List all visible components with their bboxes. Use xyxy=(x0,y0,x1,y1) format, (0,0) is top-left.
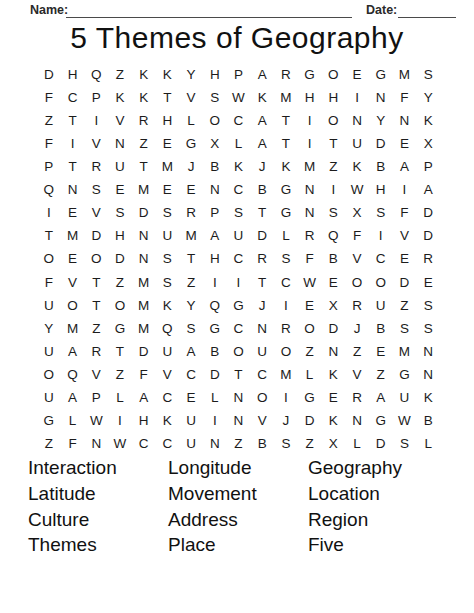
grid-cell-r8c17[interactable]: D xyxy=(416,224,440,247)
grid-cell-r14c9[interactable]: T xyxy=(227,363,251,386)
grid-cell-r8c11[interactable]: L xyxy=(274,224,298,247)
grid-cell-r16c1[interactable]: G xyxy=(37,409,61,432)
grid-cell-r9c17[interactable]: R xyxy=(416,247,440,270)
grid-cell-r12c1[interactable]: Y xyxy=(37,317,61,340)
grid-cell-r15c17[interactable]: K xyxy=(416,386,440,409)
grid-cell-r12c17[interactable]: S xyxy=(416,317,440,340)
grid-cell-r15c10[interactable]: O xyxy=(250,386,274,409)
grid-cell-r6c9[interactable]: C xyxy=(227,178,251,201)
grid-cell-r16c11[interactable]: J xyxy=(274,409,298,432)
grid-cell-r15c1[interactable]: U xyxy=(37,386,61,409)
grid-cell-r4c6[interactable]: E xyxy=(156,132,180,155)
grid-cell-r13c10[interactable]: U xyxy=(250,340,274,363)
grid-cell-r7c4[interactable]: S xyxy=(108,201,132,224)
grid-cell-r15c7[interactable]: E xyxy=(179,386,203,409)
grid-cell-r3c4[interactable]: V xyxy=(108,109,132,132)
grid-cell-r14c11[interactable]: M xyxy=(274,363,298,386)
grid-cell-r13c6[interactable]: U xyxy=(156,340,180,363)
grid-cell-r7c6[interactable]: S xyxy=(156,201,180,224)
grid-cell-r6c12[interactable]: N xyxy=(298,178,322,201)
grid-cell-r1c1[interactable]: D xyxy=(37,63,61,86)
grid-cell-r2c16[interactable]: F xyxy=(393,86,417,109)
grid-cell-r5c16[interactable]: A xyxy=(393,155,417,178)
grid-cell-r4c7[interactable]: G xyxy=(179,132,203,155)
grid-cell-r9c1[interactable]: O xyxy=(37,247,61,270)
grid-cell-r14c2[interactable]: Q xyxy=(61,363,85,386)
grid-cell-r7c11[interactable]: G xyxy=(274,201,298,224)
grid-cell-r4c3[interactable]: V xyxy=(84,132,108,155)
grid-cell-r16c13[interactable]: K xyxy=(321,409,345,432)
grid-cell-r1c5[interactable]: K xyxy=(132,63,156,86)
grid-cell-r15c13[interactable]: E xyxy=(321,386,345,409)
grid-cell-r3c17[interactable]: K xyxy=(416,109,440,132)
grid-cell-r9c3[interactable]: O xyxy=(84,247,108,270)
grid-cell-r10c1[interactable]: F xyxy=(37,271,61,294)
grid-cell-r13c2[interactable]: A xyxy=(61,340,85,363)
grid-cell-r4c9[interactable]: L xyxy=(227,132,251,155)
grid-cell-r8c4[interactable]: H xyxy=(108,224,132,247)
grid-cell-r17c6[interactable]: C xyxy=(156,432,180,455)
grid-cell-r13c9[interactable]: O xyxy=(227,340,251,363)
grid-cell-r16c7[interactable]: U xyxy=(179,409,203,432)
grid-cell-r14c7[interactable]: C xyxy=(179,363,203,386)
grid-cell-r11c5[interactable]: M xyxy=(132,294,156,317)
grid-cell-r9c4[interactable]: D xyxy=(108,247,132,270)
grid-cell-r16c2[interactable]: L xyxy=(61,409,85,432)
word-list-item-place: Place xyxy=(168,532,308,558)
word-list-item-movement: Movement xyxy=(168,481,308,507)
grid-cell-r8c13[interactable]: Q xyxy=(321,224,345,247)
grid-cell-r2c1[interactable]: F xyxy=(37,86,61,109)
grid-cell-r3c2[interactable]: T xyxy=(61,109,85,132)
grid-cell-r12c11[interactable]: R xyxy=(274,317,298,340)
grid-cell-r14c13[interactable]: K xyxy=(321,363,345,386)
grid-cell-r17c10[interactable]: B xyxy=(250,432,274,455)
grid-cell-r13c11[interactable]: O xyxy=(274,340,298,363)
grid-cell-r13c4[interactable]: T xyxy=(108,340,132,363)
grid-cell-r6c13[interactable]: I xyxy=(321,178,345,201)
grid-cell-r1c8[interactable]: H xyxy=(203,63,227,86)
word-list-item-interaction: Interaction xyxy=(28,455,168,481)
grid-cell-r4c16[interactable]: E xyxy=(393,132,417,155)
grid-cell-r16c17[interactable]: B xyxy=(416,409,440,432)
grid-cell-r4c5[interactable]: Z xyxy=(132,132,156,155)
grid-cell-r13c16[interactable]: M xyxy=(393,340,417,363)
grid-cell-r17c5[interactable]: C xyxy=(132,432,156,455)
grid-cell-r11c4[interactable]: O xyxy=(108,294,132,317)
grid-cell-r4c11[interactable]: T xyxy=(274,132,298,155)
word-list-item-region: Region xyxy=(308,507,458,533)
grid-cell-r15c8[interactable]: L xyxy=(203,386,227,409)
grid-cell-r3c6[interactable]: H xyxy=(156,109,180,132)
grid-cell-r8c14[interactable]: F xyxy=(345,224,369,247)
grid-cell-r12c13[interactable]: D xyxy=(321,317,345,340)
grid-cell-r14c4[interactable]: Z xyxy=(108,363,132,386)
grid-cell-r10c8[interactable]: I xyxy=(203,271,227,294)
grid-cell-r12c14[interactable]: J xyxy=(345,317,369,340)
grid-cell-r11c2[interactable]: O xyxy=(61,294,85,317)
grid-cell-r17c12[interactable]: Z xyxy=(298,432,322,455)
grid-cell-r5c5[interactable]: T xyxy=(132,155,156,178)
grid-cell-r11c11[interactable]: I xyxy=(274,294,298,317)
grid-cell-r12c6[interactable]: Q xyxy=(156,317,180,340)
grid-cell-r13c8[interactable]: B xyxy=(203,340,227,363)
grid-cell-r10c6[interactable]: S xyxy=(156,271,180,294)
grid-cell-r12c9[interactable]: C xyxy=(227,317,251,340)
grid-cell-r11c12[interactable]: E xyxy=(298,294,322,317)
grid-cell-r1c10[interactable]: A xyxy=(250,63,274,86)
grid-cell-r6c1[interactable]: Q xyxy=(37,178,61,201)
grid-cell-r5c3[interactable]: R xyxy=(84,155,108,178)
grid-cell-r9c15[interactable]: C xyxy=(369,247,393,270)
grid-cell-r10c3[interactable]: T xyxy=(84,271,108,294)
grid-cell-r6c11[interactable]: G xyxy=(274,178,298,201)
grid-cell-r16c3[interactable]: W xyxy=(84,409,108,432)
grid-cell-r1c13[interactable]: O xyxy=(321,63,345,86)
grid-cell-r3c10[interactable]: A xyxy=(250,109,274,132)
grid-cell-r8c12[interactable]: R xyxy=(298,224,322,247)
grid-cell-r13c3[interactable]: R xyxy=(84,340,108,363)
grid-cell-r13c14[interactable]: Z xyxy=(345,340,369,363)
grid-cell-r4c13[interactable]: T xyxy=(321,132,345,155)
grid-cell-r14c17[interactable]: N xyxy=(416,363,440,386)
grid-cell-r5c8[interactable]: B xyxy=(203,155,227,178)
grid-cell-r17c3[interactable]: N xyxy=(84,432,108,455)
grid-cell-r5c7[interactable]: J xyxy=(179,155,203,178)
grid-cell-r14c16[interactable]: G xyxy=(393,363,417,386)
grid-cell-r12c12[interactable]: O xyxy=(298,317,322,340)
grid-cell-r2c9[interactable]: W xyxy=(227,86,251,109)
grid-cell-r4c17[interactable]: X xyxy=(416,132,440,155)
grid-cell-r16c4[interactable]: I xyxy=(108,409,132,432)
grid-cell-r13c13[interactable]: N xyxy=(321,340,345,363)
grid-cell-r5c9[interactable]: K xyxy=(227,155,251,178)
grid-cell-r4c2[interactable]: I xyxy=(61,132,85,155)
grid-cell-r10c9[interactable]: I xyxy=(227,271,251,294)
grid-cell-r10c12[interactable]: W xyxy=(298,271,322,294)
grid-cell-r3c14[interactable]: N xyxy=(345,109,369,132)
grid-cell-r9c6[interactable]: S xyxy=(156,247,180,270)
grid-cell-r5c2[interactable]: T xyxy=(61,155,85,178)
word-list-item-location: Location xyxy=(308,481,458,507)
grid-cell-r6c5[interactable]: M xyxy=(132,178,156,201)
grid-cell-r1c14[interactable]: E xyxy=(345,63,369,86)
grid-cell-r3c15[interactable]: Y xyxy=(369,109,393,132)
grid-cell-r6c8[interactable]: N xyxy=(203,178,227,201)
grid-cell-r4c15[interactable]: D xyxy=(369,132,393,155)
grid-cell-r4c4[interactable]: N xyxy=(108,132,132,155)
grid-cell-r13c5[interactable]: D xyxy=(132,340,156,363)
grid-cell-r8c6[interactable]: U xyxy=(156,224,180,247)
grid-cell-r17c16[interactable]: S xyxy=(393,432,417,455)
grid-cell-r12c10[interactable]: N xyxy=(250,317,274,340)
grid-cell-r15c14[interactable]: R xyxy=(345,386,369,409)
grid-cell-r10c14[interactable]: O xyxy=(345,271,369,294)
grid-cell-r15c12[interactable]: G xyxy=(298,386,322,409)
page-title: 5 Themes of Geography xyxy=(0,21,474,55)
grid-cell-r17c17[interactable]: L xyxy=(416,432,440,455)
grid-cell-r6c7[interactable]: E xyxy=(179,178,203,201)
grid-cell-r10c15[interactable]: O xyxy=(369,271,393,294)
grid-cell-r10c7[interactable]: Z xyxy=(179,271,203,294)
word-list-item-address: Address xyxy=(168,507,308,533)
grid-cell-r12c16[interactable]: S xyxy=(393,317,417,340)
grid-cell-r10c5[interactable]: M xyxy=(132,271,156,294)
grid-cell-r8c10[interactable]: D xyxy=(250,224,274,247)
grid-cell-r13c17[interactable]: N xyxy=(416,340,440,363)
grid-cell-r12c3[interactable]: Z xyxy=(84,317,108,340)
grid-cell-r4c1[interactable]: F xyxy=(37,132,61,155)
grid-cell-r13c7[interactable]: A xyxy=(179,340,203,363)
grid-cell-r17c9[interactable]: Z xyxy=(227,432,251,455)
grid-cell-r16c12[interactable]: D xyxy=(298,409,322,432)
grid-cell-r11c7[interactable]: Y xyxy=(179,294,203,317)
grid-cell-r7c15[interactable]: S xyxy=(369,201,393,224)
grid-cell-r2c3[interactable]: P xyxy=(84,86,108,109)
grid-cell-r10c16[interactable]: D xyxy=(393,271,417,294)
grid-cell-r16c6[interactable]: K xyxy=(156,409,180,432)
grid-cell-r10c10[interactable]: T xyxy=(250,271,274,294)
grid-cell-r14c3[interactable]: V xyxy=(84,363,108,386)
grid-cell-r2c11[interactable]: M xyxy=(274,86,298,109)
grid-cell-r16c10[interactable]: V xyxy=(250,409,274,432)
grid-cell-r10c4[interactable]: Z xyxy=(108,271,132,294)
grid-cell-r11c13[interactable]: X xyxy=(321,294,345,317)
grid-cell-r11c17[interactable]: S xyxy=(416,294,440,317)
grid-cell-r7c16[interactable]: F xyxy=(393,201,417,224)
grid-cell-r15c6[interactable]: C xyxy=(156,386,180,409)
grid-cell-r14c1[interactable]: O xyxy=(37,363,61,386)
grid-cell-r3c1[interactable]: Z xyxy=(37,109,61,132)
grid-cell-r2c10[interactable]: K xyxy=(250,86,274,109)
grid-cell-r11c9[interactable]: G xyxy=(227,294,251,317)
grid-cell-r5c17[interactable]: P xyxy=(416,155,440,178)
grid-cell-r1c7[interactable]: Y xyxy=(179,63,203,86)
grid-cell-r7c9[interactable]: S xyxy=(227,201,251,224)
grid-cell-r4c10[interactable]: A xyxy=(250,132,274,155)
grid-cell-r6c4[interactable]: E xyxy=(108,178,132,201)
grid-cell-r8c7[interactable]: M xyxy=(179,224,203,247)
grid-cell-r17c13[interactable]: X xyxy=(321,432,345,455)
grid-cell-r17c1[interactable]: Z xyxy=(37,432,61,455)
grid-cell-r10c11[interactable]: C xyxy=(274,271,298,294)
grid-cell-r11c8[interactable]: Q xyxy=(203,294,227,317)
grid-cell-r5c14[interactable]: K xyxy=(345,155,369,178)
grid-cell-r9c11[interactable]: S xyxy=(274,247,298,270)
grid-cell-r15c4[interactable]: L xyxy=(108,386,132,409)
grid-cell-r17c4[interactable]: W xyxy=(108,432,132,455)
grid-cell-r11c14[interactable]: R xyxy=(345,294,369,317)
grid-cell-r8c16[interactable]: V xyxy=(393,224,417,247)
grid-cell-r6c2[interactable]: N xyxy=(61,178,85,201)
grid-cell-r14c15[interactable]: Z xyxy=(369,363,393,386)
grid-cell-r4c12[interactable]: I xyxy=(298,132,322,155)
grid-cell-r12c7[interactable]: S xyxy=(179,317,203,340)
grid-cell-r13c1[interactable]: U xyxy=(37,340,61,363)
grid-cell-r5c6[interactable]: M xyxy=(156,155,180,178)
grid-cell-r1c6[interactable]: K xyxy=(156,63,180,86)
grid-cell-r9c12[interactable]: F xyxy=(298,247,322,270)
grid-cell-r16c16[interactable]: W xyxy=(393,409,417,432)
grid-cell-r2c17[interactable]: Y xyxy=(416,86,440,109)
grid-cell-r8c8[interactable]: A xyxy=(203,224,227,247)
grid-cell-r7c8[interactable]: P xyxy=(203,201,227,224)
grid-cell-r3c12[interactable]: I xyxy=(298,109,322,132)
grid-cell-r7c2[interactable]: E xyxy=(61,201,85,224)
grid-cell-r1c9[interactable]: P xyxy=(227,63,251,86)
grid-cell-r6c6[interactable]: E xyxy=(156,178,180,201)
grid-cell-r10c13[interactable]: E xyxy=(321,271,345,294)
grid-cell-r3c16[interactable]: N xyxy=(393,109,417,132)
grid-cell-r1c4[interactable]: Z xyxy=(108,63,132,86)
grid-cell-r3c13[interactable]: O xyxy=(321,109,345,132)
grid-cell-r7c13[interactable]: S xyxy=(321,201,345,224)
grid-cell-r14c14[interactable]: V xyxy=(345,363,369,386)
grid-cell-r14c5[interactable]: F xyxy=(132,363,156,386)
grid-cell-r17c8[interactable]: N xyxy=(203,432,227,455)
grid-cell-r12c4[interactable]: G xyxy=(108,317,132,340)
grid-cell-r6c16[interactable]: I xyxy=(393,178,417,201)
grid-cell-r15c11[interactable]: I xyxy=(274,386,298,409)
grid-cell-r9c9[interactable]: C xyxy=(227,247,251,270)
grid-cell-r2c2[interactable]: C xyxy=(61,86,85,109)
grid-cell-r15c9[interactable]: N xyxy=(227,386,251,409)
grid-cell-r5c13[interactable]: Z xyxy=(321,155,345,178)
grid-cell-r16c5[interactable]: H xyxy=(132,409,156,432)
grid-cell-r15c2[interactable]: A xyxy=(61,386,85,409)
grid-cell-r2c7[interactable]: V xyxy=(179,86,203,109)
date-input-line[interactable] xyxy=(398,4,456,18)
grid-cell-r8c15[interactable]: I xyxy=(369,224,393,247)
grid-cell-r15c3[interactable]: P xyxy=(84,386,108,409)
grid-cell-r16c15[interactable]: G xyxy=(369,409,393,432)
grid-cell-r16c14[interactable]: N xyxy=(345,409,369,432)
grid-cell-r14c10[interactable]: C xyxy=(250,363,274,386)
grid-cell-r7c1[interactable]: I xyxy=(37,201,61,224)
grid-cell-r8c3[interactable]: D xyxy=(84,224,108,247)
grid-cell-r4c14[interactable]: U xyxy=(345,132,369,155)
grid-cell-r10c2[interactable]: V xyxy=(61,271,85,294)
grid-cell-r1c16[interactable]: M xyxy=(393,63,417,86)
grid-cell-r2c13[interactable]: H xyxy=(321,86,345,109)
grid-cell-r2c4[interactable]: K xyxy=(108,86,132,109)
grid-cell-r12c2[interactable]: M xyxy=(61,317,85,340)
grid-cell-r15c16[interactable]: U xyxy=(393,386,417,409)
grid-cell-r1c17[interactable]: S xyxy=(416,63,440,86)
grid-cell-r7c12[interactable]: N xyxy=(298,201,322,224)
grid-cell-r12c15[interactable]: B xyxy=(369,317,393,340)
grid-cell-r5c1[interactable]: P xyxy=(37,155,61,178)
grid-cell-r16c8[interactable]: I xyxy=(203,409,227,432)
grid-cell-r9c14[interactable]: V xyxy=(345,247,369,270)
grid-cell-r13c15[interactable]: E xyxy=(369,340,393,363)
grid-cell-r17c15[interactable]: D xyxy=(369,432,393,455)
grid-cell-r9c5[interactable]: N xyxy=(132,247,156,270)
grid-cell-r9c16[interactable]: E xyxy=(393,247,417,270)
grid-cell-r15c5[interactable]: A xyxy=(132,386,156,409)
grid-cell-r2c12[interactable]: H xyxy=(298,86,322,109)
grid-cell-r16c9[interactable]: N xyxy=(227,409,251,432)
grid-cell-r2c15[interactable]: N xyxy=(369,86,393,109)
grid-cell-r17c7[interactable]: U xyxy=(179,432,203,455)
grid-cell-r2c6[interactable]: T xyxy=(156,86,180,109)
grid-cell-r2c5[interactable]: K xyxy=(132,86,156,109)
name-input-line[interactable] xyxy=(66,4,352,18)
grid-cell-r5c4[interactable]: U xyxy=(108,155,132,178)
grid-cell-r9c7[interactable]: T xyxy=(179,247,203,270)
grid-cell-r6c10[interactable]: B xyxy=(250,178,274,201)
grid-cell-r6c3[interactable]: S xyxy=(84,178,108,201)
grid-cell-r3c7[interactable]: L xyxy=(179,109,203,132)
grid-cell-r8c1[interactable]: T xyxy=(37,224,61,247)
grid-cell-r6c15[interactable]: H xyxy=(369,178,393,201)
grid-cell-r5c12[interactable]: M xyxy=(298,155,322,178)
grid-cell-r4c8[interactable]: X xyxy=(203,132,227,155)
grid-cell-r14c8[interactable]: D xyxy=(203,363,227,386)
grid-cell-r7c17[interactable]: D xyxy=(416,201,440,224)
grid-cell-r17c14[interactable]: L xyxy=(345,432,369,455)
grid-cell-r9c8[interactable]: H xyxy=(203,247,227,270)
grid-cell-r11c1[interactable]: U xyxy=(37,294,61,317)
date-label: Date: xyxy=(366,3,397,17)
grid-cell-r1c12[interactable]: G xyxy=(298,63,322,86)
grid-cell-r1c15[interactable]: G xyxy=(369,63,393,86)
grid-cell-r7c5[interactable]: D xyxy=(132,201,156,224)
grid-cell-r11c10[interactable]: J xyxy=(250,294,274,317)
word-list-item-longitude: Longitude xyxy=(168,455,308,481)
grid-cell-r3c9[interactable]: C xyxy=(227,109,251,132)
grid-cell-r8c9[interactable]: U xyxy=(227,224,251,247)
grid-cell-r14c6[interactable]: V xyxy=(156,363,180,386)
grid-cell-r11c3[interactable]: T xyxy=(84,294,108,317)
grid-cell-r7c3[interactable]: V xyxy=(84,201,108,224)
grid-cell-r9c13[interactable]: B xyxy=(321,247,345,270)
grid-cell-r5c10[interactable]: J xyxy=(250,155,274,178)
grid-cell-r12c8[interactable]: G xyxy=(203,317,227,340)
grid-cell-r1c3[interactable]: Q xyxy=(84,63,108,86)
grid-cell-r17c11[interactable]: S xyxy=(274,432,298,455)
grid-cell-r11c6[interactable]: K xyxy=(156,294,180,317)
grid-cell-r3c5[interactable]: R xyxy=(132,109,156,132)
grid-cell-r7c14[interactable]: X xyxy=(345,201,369,224)
grid-cell-r8c5[interactable]: N xyxy=(132,224,156,247)
grid-cell-r8c2[interactable]: M xyxy=(61,224,85,247)
grid-cell-r3c3[interactable]: I xyxy=(84,109,108,132)
grid-cell-r2c14[interactable]: I xyxy=(345,86,369,109)
grid-cell-r3c8[interactable]: O xyxy=(203,109,227,132)
grid-cell-r12c5[interactable]: M xyxy=(132,317,156,340)
grid-cell-r11c16[interactable]: Z xyxy=(393,294,417,317)
grid-cell-r5c11[interactable]: K xyxy=(274,155,298,178)
grid-cell-r9c2[interactable]: E xyxy=(61,247,85,270)
grid-cell-r17c2[interactable]: F xyxy=(61,432,85,455)
grid-cell-r2c8[interactable]: S xyxy=(203,86,227,109)
grid-cell-r10c17[interactable]: E xyxy=(416,271,440,294)
grid-cell-r11c15[interactable]: U xyxy=(369,294,393,317)
grid-cell-r15c15[interactable]: A xyxy=(369,386,393,409)
grid-cell-r3c11[interactable]: T xyxy=(274,109,298,132)
grid-cell-r7c10[interactable]: T xyxy=(250,201,274,224)
grid-cell-r9c10[interactable]: R xyxy=(250,247,274,270)
grid-cell-r1c2[interactable]: H xyxy=(61,63,85,86)
grid-cell-r5c15[interactable]: B xyxy=(369,155,393,178)
grid-cell-r14c12[interactable]: L xyxy=(298,363,322,386)
grid-cell-r6c14[interactable]: W xyxy=(345,178,369,201)
grid-cell-r7c7[interactable]: R xyxy=(179,201,203,224)
grid-cell-r13c12[interactable]: Z xyxy=(298,340,322,363)
grid-cell-r6c17[interactable]: A xyxy=(416,178,440,201)
grid-cell-r1c11[interactable]: R xyxy=(274,63,298,86)
